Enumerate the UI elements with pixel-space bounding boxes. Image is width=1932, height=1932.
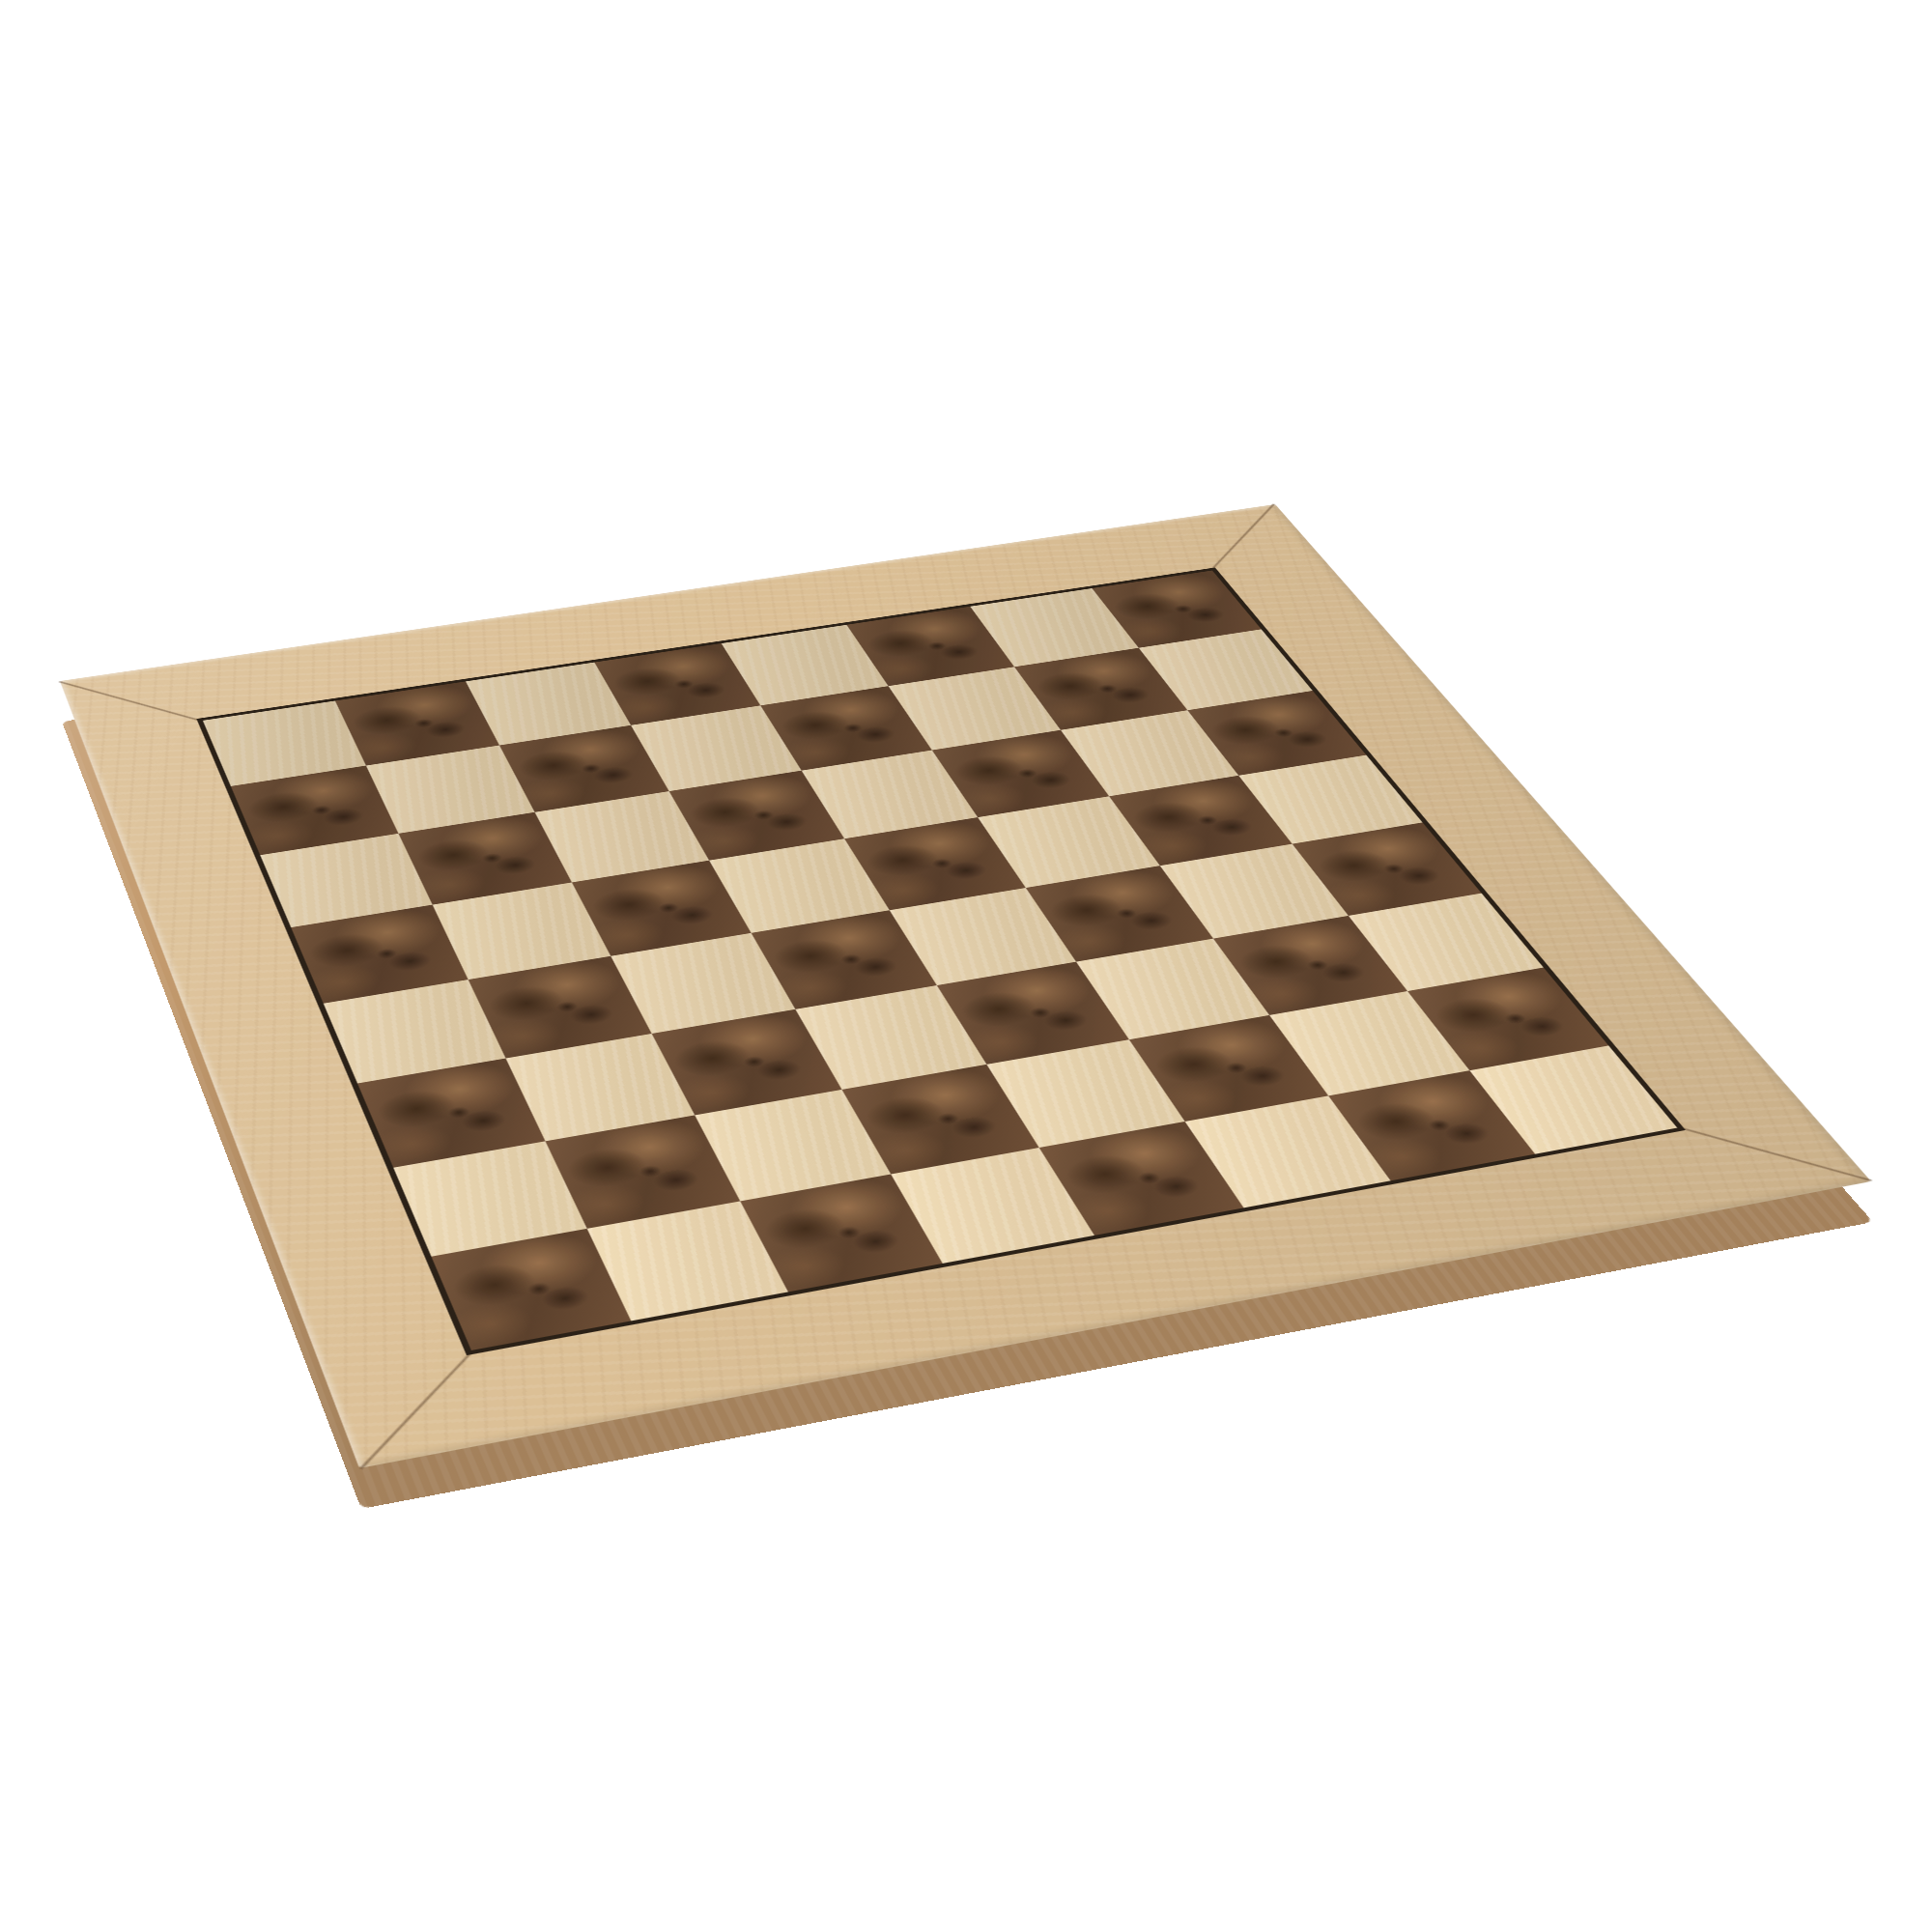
chessboard (60, 504, 1871, 1468)
miter-seam-top-left (58, 681, 199, 721)
playing-area (196, 567, 1685, 1355)
miter-seam-top-right (1211, 503, 1275, 568)
product-photo-scene (0, 0, 1932, 1932)
miter-seam-bottom-right (1682, 1127, 1872, 1181)
